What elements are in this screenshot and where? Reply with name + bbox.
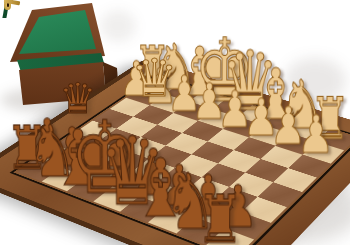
square-f1: ♝ bbox=[189, 91, 228, 110]
square-b1: ♞ bbox=[290, 121, 330, 142]
product-photo-chess-set: ♜♞♝♚♛♝♞♜♟♟♟♟♟♟♟♟♟♟♟♟♟♟♟♟♜♞♝♚♛♝♞♜ ♛ ♛ bbox=[0, 0, 350, 245]
extra-black-queen: ♛ bbox=[59, 78, 97, 120]
square-e1: ♚ bbox=[213, 98, 252, 117]
square-a1: ♜ bbox=[316, 129, 350, 150]
white-bishop: ♝ bbox=[176, 39, 223, 107]
square-c1: ♝ bbox=[263, 113, 303, 133]
extra-white-queen: ♛ bbox=[131, 52, 178, 104]
pieces-cast-shadow bbox=[284, 58, 346, 104]
white-queen: ♛ bbox=[221, 40, 279, 122]
square-d1: ♛ bbox=[238, 106, 277, 125]
white-king: ♚ bbox=[194, 27, 255, 114]
